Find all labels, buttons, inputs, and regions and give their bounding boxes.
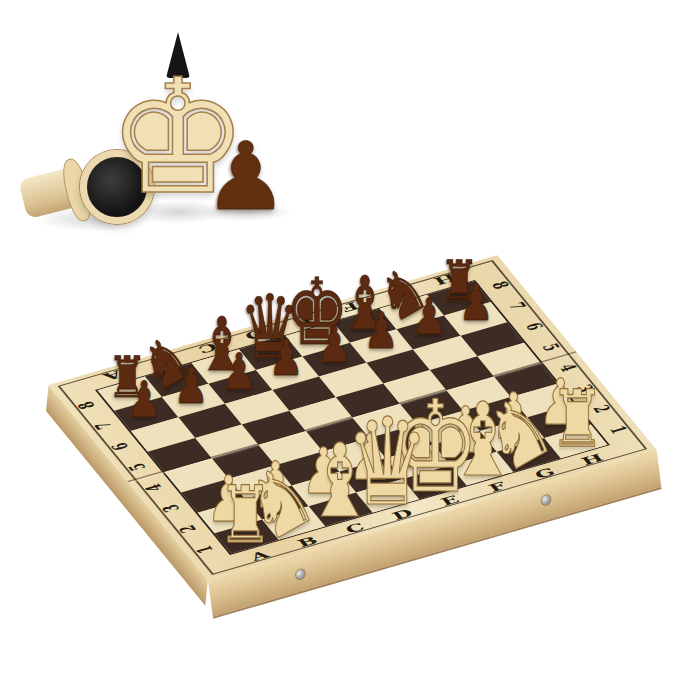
loose-pieces-group: ♚ ♟ <box>0 0 320 240</box>
piece-c7[interactable]: ♟ <box>219 347 258 397</box>
piece-d7[interactable]: ♟ <box>267 333 306 383</box>
piece-a7[interactable]: ♟ <box>124 375 163 425</box>
piece-h7[interactable]: ♟ <box>457 278 496 328</box>
front-screw-1 <box>295 569 305 580</box>
product-photo-stage: 88AA77BB66CC55DD44EE33FF22GG11HH ♜♞♝♛♚♝♞… <box>0 0 700 700</box>
piece-g7[interactable]: ♟ <box>409 292 448 342</box>
front-screw-2 <box>541 494 551 505</box>
piece-f7[interactable]: ♟ <box>362 306 401 356</box>
piece-e7[interactable]: ♟ <box>314 320 353 370</box>
piece-b7[interactable]: ♟ <box>172 361 211 411</box>
piece-a1[interactable]: ♜ <box>215 476 276 555</box>
loose-dark-pawn[interactable]: ♟ <box>196 130 296 224</box>
